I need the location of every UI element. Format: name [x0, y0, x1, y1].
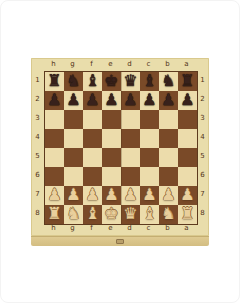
file-label-c: c [139, 224, 158, 234]
file-label-f: f [82, 224, 101, 234]
board-box-side [31, 236, 209, 246]
square-c1: ♝ [140, 72, 159, 91]
piece-dark-pawn: ♟ [161, 92, 175, 108]
square-h8: ♜ [45, 205, 64, 224]
square-e5 [102, 148, 121, 167]
square-d2: ♟ [121, 91, 140, 110]
piece-light-rook: ♜ [47, 206, 61, 222]
piece-dark-bishop: ♝ [142, 73, 156, 89]
rank-label-1: 1 [33, 71, 42, 90]
file-label-b: b [158, 60, 177, 70]
square-d3 [121, 110, 140, 129]
rank-label-5: 5 [198, 147, 207, 166]
square-d4 [121, 129, 140, 148]
square-g7: ♟ [64, 186, 83, 205]
rank-label-4: 4 [198, 128, 207, 147]
square-g3 [64, 110, 83, 129]
square-d6 [121, 167, 140, 186]
piece-light-pawn: ♟ [142, 187, 156, 203]
square-c2: ♟ [140, 91, 159, 110]
square-e8: ♚ [102, 205, 121, 224]
square-b8: ♞ [159, 205, 178, 224]
piece-dark-knight: ♞ [161, 73, 175, 89]
piece-dark-king: ♚ [104, 73, 118, 89]
square-a1: ♜ [178, 72, 197, 91]
square-c6 [140, 167, 159, 186]
piece-light-king: ♚ [104, 206, 118, 222]
square-g8: ♞ [64, 205, 83, 224]
square-d5 [121, 148, 140, 167]
square-a8: ♜ [178, 205, 197, 224]
square-c5 [140, 148, 159, 167]
square-f1: ♝ [83, 72, 102, 91]
file-label-e: e [101, 224, 120, 234]
file-labels-near: hgfedcba [44, 224, 196, 234]
square-c7: ♟ [140, 186, 159, 205]
chess-board: hgfedcba hgfedcba 12345678 12345678 ♜♞♝♚… [31, 58, 209, 236]
square-b6 [159, 167, 178, 186]
file-label-a: a [177, 60, 196, 70]
square-a5 [178, 148, 197, 167]
rank-labels-right: 12345678 [198, 71, 207, 223]
product-photo: hgfedcba hgfedcba 12345678 12345678 ♜♞♝♚… [0, 0, 240, 303]
square-b4 [159, 129, 178, 148]
square-g4 [64, 129, 83, 148]
square-e6 [102, 167, 121, 186]
square-f3 [83, 110, 102, 129]
square-b3 [159, 110, 178, 129]
hinge [116, 239, 124, 244]
square-h7: ♟ [45, 186, 64, 205]
square-a6 [178, 167, 197, 186]
file-labels-far: hgfedcba [44, 60, 196, 70]
square-f7: ♟ [83, 186, 102, 205]
piece-dark-pawn: ♟ [85, 92, 99, 108]
rank-label-4: 4 [33, 128, 42, 147]
piece-light-knight: ♞ [66, 206, 80, 222]
square-d8: ♛ [121, 205, 140, 224]
file-label-d: d [120, 224, 139, 234]
square-a2: ♟ [178, 91, 197, 110]
square-h6 [45, 167, 64, 186]
file-label-a: a [177, 224, 196, 234]
square-h2: ♟ [45, 91, 64, 110]
square-c3 [140, 110, 159, 129]
square-g1: ♞ [64, 72, 83, 91]
square-b5 [159, 148, 178, 167]
piece-dark-pawn: ♟ [142, 92, 156, 108]
square-f4 [83, 129, 102, 148]
square-e7: ♟ [102, 186, 121, 205]
file-label-g: g [63, 60, 82, 70]
board-squares: ♜♞♝♚♛♝♞♜♟♟♟♟♟♟♟♟♟♟♟♟♟♟♟♟♜♞♝♚♛♝♞♜ [44, 71, 198, 225]
piece-light-rook: ♜ [180, 206, 194, 222]
piece-dark-knight: ♞ [66, 73, 80, 89]
square-f6 [83, 167, 102, 186]
rank-label-3: 3 [33, 109, 42, 128]
piece-light-pawn: ♟ [161, 187, 175, 203]
file-label-h: h [44, 224, 63, 234]
piece-light-bishop: ♝ [85, 206, 99, 222]
square-c4 [140, 129, 159, 148]
rank-labels-left: 12345678 [33, 71, 42, 223]
square-h4 [45, 129, 64, 148]
piece-dark-pawn: ♟ [104, 92, 118, 108]
file-label-d: d [120, 60, 139, 70]
piece-dark-pawn: ♟ [66, 92, 80, 108]
file-label-b: b [158, 224, 177, 234]
rank-label-8: 8 [33, 204, 42, 223]
file-label-h: h [44, 60, 63, 70]
file-label-f: f [82, 60, 101, 70]
rank-label-2: 2 [33, 90, 42, 109]
piece-light-knight: ♞ [161, 206, 175, 222]
piece-dark-pawn: ♟ [47, 92, 61, 108]
piece-light-pawn: ♟ [180, 187, 194, 203]
piece-dark-rook: ♜ [180, 73, 194, 89]
square-h3 [45, 110, 64, 129]
square-e2: ♟ [102, 91, 121, 110]
square-g2: ♟ [64, 91, 83, 110]
piece-dark-pawn: ♟ [123, 92, 137, 108]
square-c8: ♝ [140, 205, 159, 224]
square-f5 [83, 148, 102, 167]
square-e4 [102, 129, 121, 148]
rank-label-6: 6 [198, 166, 207, 185]
piece-light-pawn: ♟ [104, 187, 118, 203]
square-d7: ♟ [121, 186, 140, 205]
rank-label-5: 5 [33, 147, 42, 166]
square-g6 [64, 167, 83, 186]
chess-set: hgfedcba hgfedcba 12345678 12345678 ♜♞♝♚… [31, 58, 209, 246]
square-g5 [64, 148, 83, 167]
piece-light-pawn: ♟ [85, 187, 99, 203]
piece-light-queen: ♛ [123, 206, 137, 222]
square-d1: ♛ [121, 72, 140, 91]
square-b7: ♟ [159, 186, 178, 205]
square-f8: ♝ [83, 205, 102, 224]
square-a3 [178, 110, 197, 129]
file-label-e: e [101, 60, 120, 70]
piece-light-pawn: ♟ [47, 187, 61, 203]
file-label-g: g [63, 224, 82, 234]
square-h5 [45, 148, 64, 167]
rank-label-8: 8 [198, 204, 207, 223]
piece-dark-rook: ♜ [47, 73, 61, 89]
file-label-c: c [139, 60, 158, 70]
square-e3 [102, 110, 121, 129]
square-a4 [178, 129, 197, 148]
rank-label-6: 6 [33, 166, 42, 185]
square-h1: ♜ [45, 72, 64, 91]
piece-light-pawn: ♟ [123, 187, 137, 203]
square-a7: ♟ [178, 186, 197, 205]
rank-label-3: 3 [198, 109, 207, 128]
square-f2: ♟ [83, 91, 102, 110]
piece-dark-queen: ♛ [123, 73, 137, 89]
piece-dark-bishop: ♝ [85, 73, 99, 89]
rank-label-7: 7 [198, 185, 207, 204]
piece-light-bishop: ♝ [142, 206, 156, 222]
square-e1: ♚ [102, 72, 121, 91]
square-b1: ♞ [159, 72, 178, 91]
piece-dark-pawn: ♟ [180, 92, 194, 108]
rank-label-1: 1 [198, 71, 207, 90]
rank-label-7: 7 [33, 185, 42, 204]
piece-light-pawn: ♟ [66, 187, 80, 203]
square-b2: ♟ [159, 91, 178, 110]
rank-label-2: 2 [198, 90, 207, 109]
